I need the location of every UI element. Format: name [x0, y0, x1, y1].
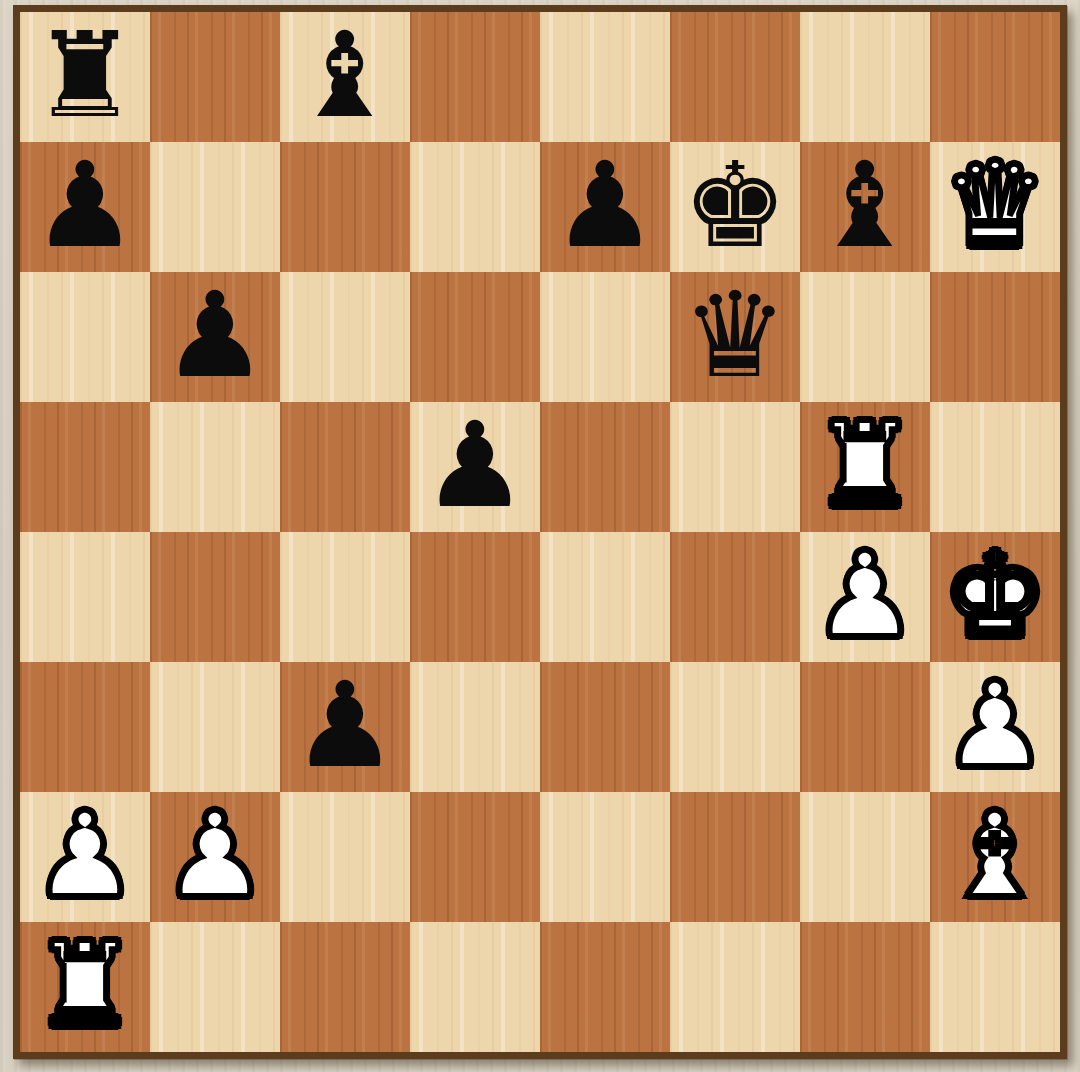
square-e4[interactable] [540, 532, 670, 662]
square-f4[interactable] [670, 532, 800, 662]
square-e5[interactable] [540, 402, 670, 532]
piece-black-pawn[interactable]: ♟ [552, 140, 658, 270]
square-d2[interactable] [410, 792, 540, 922]
square-b8[interactable] [150, 12, 280, 142]
square-b5[interactable] [150, 402, 280, 532]
piece-black-pawn[interactable]: ♟ [292, 660, 398, 790]
square-d4[interactable] [410, 532, 540, 662]
square-h8[interactable] [930, 12, 1060, 142]
square-g7[interactable]: ♝ [800, 142, 930, 272]
piece-black-bishop[interactable]: ♝ [292, 10, 398, 140]
piece-white-pawn[interactable]: ♟ [32, 790, 138, 920]
square-a2[interactable]: ♟ [20, 792, 150, 922]
piece-white-rook[interactable]: ♜ [32, 920, 138, 1050]
square-e1[interactable] [540, 922, 670, 1052]
square-f5[interactable] [670, 402, 800, 532]
square-a7[interactable]: ♟ [20, 142, 150, 272]
square-a3[interactable] [20, 662, 150, 792]
square-f7[interactable]: ♚ [670, 142, 800, 272]
piece-black-queen[interactable]: ♛ [682, 270, 788, 400]
square-h2[interactable]: ♝ [930, 792, 1060, 922]
square-a5[interactable] [20, 402, 150, 532]
square-g6[interactable] [800, 272, 930, 402]
square-b7[interactable] [150, 142, 280, 272]
square-a4[interactable] [20, 532, 150, 662]
square-g3[interactable] [800, 662, 930, 792]
square-g2[interactable] [800, 792, 930, 922]
piece-black-pawn[interactable]: ♟ [422, 400, 528, 530]
piece-black-king[interactable]: ♚ [682, 140, 788, 270]
square-h5[interactable] [930, 402, 1060, 532]
piece-white-pawn[interactable]: ♟ [942, 660, 1048, 790]
piece-white-queen[interactable]: ♛ [942, 140, 1048, 270]
square-e7[interactable]: ♟ [540, 142, 670, 272]
square-f1[interactable] [670, 922, 800, 1052]
piece-white-bishop[interactable]: ♝ [942, 790, 1048, 920]
square-b2[interactable]: ♟ [150, 792, 280, 922]
square-h1[interactable] [930, 922, 1060, 1052]
square-b6[interactable]: ♟ [150, 272, 280, 402]
square-h4[interactable]: ♚ [930, 532, 1060, 662]
square-e2[interactable] [540, 792, 670, 922]
square-c5[interactable] [280, 402, 410, 532]
square-a6[interactable] [20, 272, 150, 402]
square-c7[interactable] [280, 142, 410, 272]
piece-white-pawn[interactable]: ♟ [812, 530, 918, 660]
square-f6[interactable]: ♛ [670, 272, 800, 402]
square-g8[interactable] [800, 12, 930, 142]
square-h3[interactable]: ♟ [930, 662, 1060, 792]
square-b4[interactable] [150, 532, 280, 662]
square-g1[interactable] [800, 922, 930, 1052]
square-e8[interactable] [540, 12, 670, 142]
square-e6[interactable] [540, 272, 670, 402]
square-a8[interactable]: ♜ [20, 12, 150, 142]
square-c2[interactable] [280, 792, 410, 922]
square-d8[interactable] [410, 12, 540, 142]
square-c8[interactable]: ♝ [280, 12, 410, 142]
square-b3[interactable] [150, 662, 280, 792]
square-h6[interactable] [930, 272, 1060, 402]
square-c3[interactable]: ♟ [280, 662, 410, 792]
square-d3[interactable] [410, 662, 540, 792]
piece-white-king[interactable]: ♚ [942, 530, 1048, 660]
square-d7[interactable] [410, 142, 540, 272]
square-e3[interactable] [540, 662, 670, 792]
square-a1[interactable]: ♜ [20, 922, 150, 1052]
piece-black-pawn[interactable]: ♟ [32, 140, 138, 270]
square-c6[interactable] [280, 272, 410, 402]
piece-black-bishop[interactable]: ♝ [812, 140, 918, 270]
square-d5[interactable]: ♟ [410, 402, 540, 532]
piece-black-rook[interactable]: ♜ [32, 10, 138, 140]
piece-black-pawn[interactable]: ♟ [162, 270, 268, 400]
square-g5[interactable]: ♜ [800, 402, 930, 532]
piece-white-rook[interactable]: ♜ [812, 400, 918, 530]
square-g4[interactable]: ♟ [800, 532, 930, 662]
square-c1[interactable] [280, 922, 410, 1052]
square-f2[interactable] [670, 792, 800, 922]
square-c4[interactable] [280, 532, 410, 662]
chess-board-frame: ♜♝♟♟♚♝♛♟♛♟♜♟♚♟♟♟♟♝♜ [13, 5, 1067, 1059]
square-f3[interactable] [670, 662, 800, 792]
square-h7[interactable]: ♛ [930, 142, 1060, 272]
square-d6[interactable] [410, 272, 540, 402]
piece-white-pawn[interactable]: ♟ [162, 790, 268, 920]
chess-board: ♜♝♟♟♚♝♛♟♛♟♜♟♚♟♟♟♟♝♜ [20, 12, 1060, 1052]
square-b1[interactable] [150, 922, 280, 1052]
square-d1[interactable] [410, 922, 540, 1052]
square-f8[interactable] [670, 12, 800, 142]
